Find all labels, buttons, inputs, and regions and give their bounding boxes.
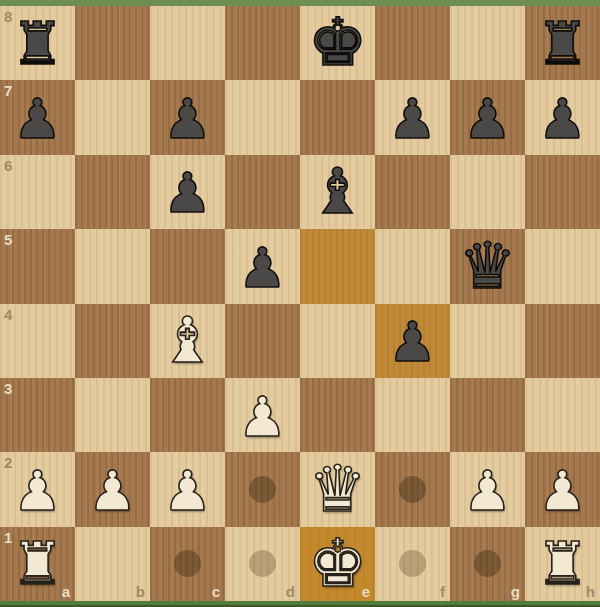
square-c2[interactable]: ♟ — [150, 452, 225, 526]
square-a6[interactable]: 6 — [0, 155, 75, 229]
square-d2[interactable] — [225, 452, 300, 526]
square-a4[interactable]: 4 — [0, 304, 75, 378]
square-d8[interactable] — [225, 6, 300, 80]
file-label-g: g — [511, 584, 520, 599]
square-b1[interactable]: b — [75, 527, 150, 601]
table-felt-bottom — [0, 601, 600, 607]
legal-move-dot-f1[interactable] — [399, 550, 426, 577]
piece-white-bishop-c4[interactable]: ♝ — [150, 304, 225, 378]
square-e1[interactable]: e♚ — [300, 527, 375, 601]
square-e3[interactable] — [300, 378, 375, 452]
square-h1[interactable]: h♜ — [525, 527, 600, 601]
square-f5[interactable] — [375, 229, 450, 303]
square-e8[interactable]: ♚ — [300, 6, 375, 80]
piece-black-queen-g5[interactable]: ♛ — [450, 229, 525, 303]
piece-white-pawn-h2[interactable]: ♟ — [525, 452, 600, 526]
piece-black-pawn-c7[interactable]: ♟ — [150, 80, 225, 154]
square-g1[interactable]: g — [450, 527, 525, 601]
piece-black-pawn-f7[interactable]: ♟ — [375, 80, 450, 154]
file-label-f: f — [440, 584, 445, 599]
square-g5[interactable]: ♛ — [450, 229, 525, 303]
square-h4[interactable] — [525, 304, 600, 378]
legal-move-dot-f2[interactable] — [399, 476, 426, 503]
square-f7[interactable]: ♟ — [375, 80, 450, 154]
square-c6[interactable]: ♟ — [150, 155, 225, 229]
square-a8[interactable]: 8♜ — [0, 6, 75, 80]
square-d3[interactable]: ♟ — [225, 378, 300, 452]
piece-black-pawn-g7[interactable]: ♟ — [450, 80, 525, 154]
square-g3[interactable] — [450, 378, 525, 452]
square-h2[interactable]: ♟ — [525, 452, 600, 526]
square-d1[interactable]: d — [225, 527, 300, 601]
square-b4[interactable] — [75, 304, 150, 378]
square-d4[interactable] — [225, 304, 300, 378]
legal-move-dot-g1[interactable] — [474, 550, 501, 577]
piece-white-pawn-c2[interactable]: ♟ — [150, 452, 225, 526]
piece-white-pawn-g2[interactable]: ♟ — [450, 452, 525, 526]
square-c7[interactable]: ♟ — [150, 80, 225, 154]
square-d7[interactable] — [225, 80, 300, 154]
piece-white-rook-h1[interactable]: ♜ — [525, 527, 600, 601]
square-f4[interactable]: ♟ — [375, 304, 450, 378]
square-f8[interactable] — [375, 6, 450, 80]
piece-black-pawn-h7[interactable]: ♟ — [525, 80, 600, 154]
square-h3[interactable] — [525, 378, 600, 452]
square-d6[interactable] — [225, 155, 300, 229]
piece-black-pawn-c6[interactable]: ♟ — [150, 155, 225, 229]
square-f2[interactable] — [375, 452, 450, 526]
file-label-b: b — [136, 584, 145, 599]
square-a1[interactable]: 1a♜ — [0, 527, 75, 601]
square-e4[interactable] — [300, 304, 375, 378]
square-e7[interactable] — [300, 80, 375, 154]
file-label-d: d — [286, 584, 295, 599]
rank-label-4: 4 — [4, 307, 12, 322]
square-c5[interactable] — [150, 229, 225, 303]
rank-label-3: 3 — [4, 381, 12, 396]
square-c1[interactable]: c — [150, 527, 225, 601]
square-b2[interactable]: ♟ — [75, 452, 150, 526]
piece-white-pawn-a2[interactable]: ♟ — [0, 452, 75, 526]
square-a3[interactable]: 3 — [0, 378, 75, 452]
square-g2[interactable]: ♟ — [450, 452, 525, 526]
square-b6[interactable] — [75, 155, 150, 229]
piece-white-pawn-d3[interactable]: ♟ — [225, 378, 300, 452]
square-d5[interactable]: ♟ — [225, 229, 300, 303]
square-a2[interactable]: 2♟ — [0, 452, 75, 526]
square-c3[interactable] — [150, 378, 225, 452]
piece-black-pawn-a7[interactable]: ♟ — [0, 80, 75, 154]
square-e2[interactable]: ♛ — [300, 452, 375, 526]
piece-black-pawn-d5[interactable]: ♟ — [225, 229, 300, 303]
piece-black-king-e8[interactable]: ♚ — [300, 6, 375, 80]
square-h6[interactable] — [525, 155, 600, 229]
square-h7[interactable]: ♟ — [525, 80, 600, 154]
square-g4[interactable] — [450, 304, 525, 378]
piece-white-queen-e2[interactable]: ♛ — [300, 452, 375, 526]
piece-white-king-e1[interactable]: ♚ — [300, 527, 375, 601]
piece-black-pawn-f4[interactable]: ♟ — [375, 304, 450, 378]
square-b7[interactable] — [75, 80, 150, 154]
piece-white-rook-a1[interactable]: ♜ — [0, 527, 75, 601]
legal-move-dot-d1[interactable] — [249, 550, 276, 577]
square-e6[interactable]: ♝ — [300, 155, 375, 229]
square-b5[interactable] — [75, 229, 150, 303]
legal-move-dot-d2[interactable] — [249, 476, 276, 503]
square-g8[interactable] — [450, 6, 525, 80]
square-b3[interactable] — [75, 378, 150, 452]
square-c8[interactable] — [150, 6, 225, 80]
square-f3[interactable] — [375, 378, 450, 452]
square-g7[interactable]: ♟ — [450, 80, 525, 154]
piece-white-pawn-b2[interactable]: ♟ — [75, 452, 150, 526]
piece-black-rook-h8[interactable]: ♜ — [525, 6, 600, 80]
chess-app: 8♜♚♜7♟♟♟♟♟6♟♝5♟♛4♝♟3♟2♟♟♟♛♟♟1a♜bcde♚fgh♜ — [0, 0, 600, 607]
rank-label-5: 5 — [4, 232, 12, 247]
square-g6[interactable] — [450, 155, 525, 229]
square-e5[interactable] — [300, 229, 375, 303]
square-f1[interactable]: f — [375, 527, 450, 601]
square-a5[interactable]: 5 — [0, 229, 75, 303]
square-c4[interactable]: ♝ — [150, 304, 225, 378]
file-label-c: c — [212, 584, 220, 599]
square-f6[interactable] — [375, 155, 450, 229]
piece-black-rook-a8[interactable]: ♜ — [0, 6, 75, 80]
legal-move-dot-c1[interactable] — [174, 550, 201, 577]
chess-board: 8♜♚♜7♟♟♟♟♟6♟♝5♟♛4♝♟3♟2♟♟♟♛♟♟1a♜bcde♚fgh♜ — [0, 6, 600, 601]
rank-label-6: 6 — [4, 158, 12, 173]
square-b8[interactable] — [75, 6, 150, 80]
square-a7[interactable]: 7♟ — [0, 80, 75, 154]
square-h8[interactable]: ♜ — [525, 6, 600, 80]
piece-black-bishop-e6[interactable]: ♝ — [300, 155, 375, 229]
square-h5[interactable] — [525, 229, 600, 303]
